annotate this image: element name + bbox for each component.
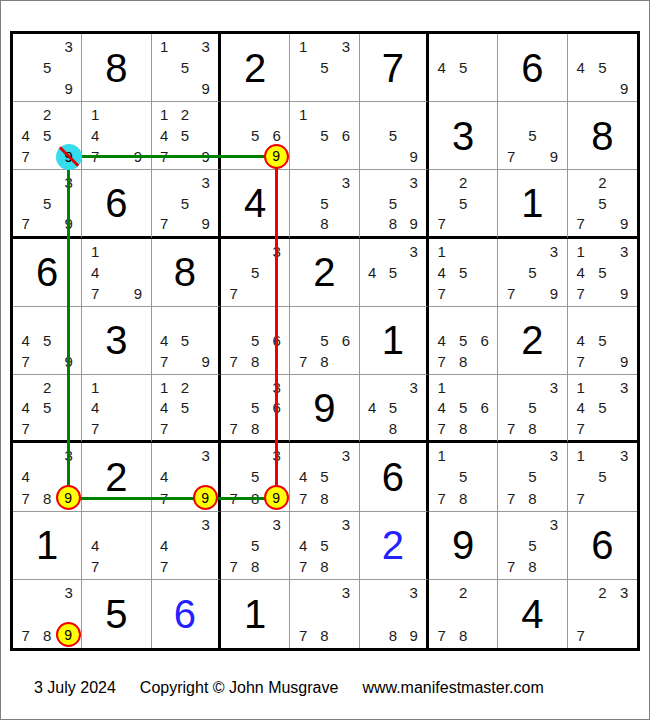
- candidate-6: [613, 57, 635, 78]
- candidates: 156: [292, 104, 356, 167]
- candidate-7: 7: [223, 556, 244, 577]
- cell-r3c9[interactable]: 2579: [568, 170, 637, 238]
- cell-r4c2[interactable]: 1479: [82, 239, 151, 307]
- candidate-5: [591, 603, 613, 624]
- candidate-8: 8: [452, 351, 473, 372]
- cell-r5c6[interactable]: 1: [360, 307, 429, 375]
- candidate-1: [362, 377, 383, 397]
- candidate-2: [106, 104, 127, 125]
- candidate-8: 8: [522, 487, 543, 508]
- candidate-2: [314, 104, 335, 125]
- candidate-1: [500, 104, 521, 125]
- candidate-8: [36, 78, 57, 99]
- candidates: 34578: [292, 445, 356, 508]
- candidate-4: 4: [154, 535, 175, 556]
- candidate-7: 7: [223, 351, 244, 372]
- cell-r2c3[interactable]: 124579: [152, 102, 221, 170]
- cell-r8c5[interactable]: 34578: [290, 512, 359, 580]
- chain-link-green: [67, 157, 70, 498]
- candidate-3: 3: [195, 36, 216, 57]
- candidate-3: 3: [403, 582, 424, 603]
- candidate-3: [613, 309, 635, 330]
- candidate-5: 5: [314, 466, 335, 487]
- cell-r4c5[interactable]: 2: [290, 239, 359, 307]
- candidate-7: 7: [500, 556, 521, 577]
- cell-r9c9[interactable]: 237: [568, 580, 637, 648]
- candidate-5: 5: [452, 262, 473, 283]
- cell-r5c2[interactable]: 3: [82, 307, 151, 375]
- cell-r4c3[interactable]: 8: [152, 239, 221, 307]
- candidate-8: [174, 351, 195, 372]
- cell-r1c9[interactable]: 459: [568, 34, 637, 102]
- cell-r1c4[interactable]: 2: [221, 34, 290, 102]
- candidate-2: [244, 514, 265, 535]
- candidate-6: [474, 603, 495, 624]
- candidate-6: [127, 535, 148, 556]
- cell-r4c8[interactable]: 3579: [498, 239, 567, 307]
- candidate-4: 4: [15, 330, 36, 351]
- candidate-5: 5: [244, 262, 265, 283]
- cell-r2c8[interactable]: 579: [498, 102, 567, 170]
- candidate-3: 3: [58, 582, 79, 603]
- candidate-1: 1: [570, 241, 592, 262]
- candidate-1: 1: [570, 445, 592, 466]
- candidate-4: [362, 125, 383, 146]
- candidate-1: [292, 514, 313, 535]
- cell-r5c9[interactable]: 4579: [568, 307, 637, 375]
- candidate-9: [335, 78, 356, 99]
- candidate-8: [522, 283, 543, 304]
- candidate-7: [292, 78, 313, 99]
- candidate-2: [591, 445, 613, 466]
- cell-r3c2[interactable]: 6: [82, 170, 151, 238]
- candidate-6: [403, 262, 424, 283]
- given-digit: 4: [521, 594, 543, 634]
- candidate-7: 7: [15, 213, 36, 233]
- candidate-3: [474, 36, 495, 57]
- candidate-8: [244, 283, 265, 304]
- candidate-7: 7: [223, 418, 244, 438]
- candidate-6: [127, 262, 148, 283]
- given-digit: 4: [244, 183, 266, 223]
- candidate-7: 7: [15, 418, 36, 438]
- cell-r8c7[interactable]: 9: [429, 512, 498, 580]
- candidate-9: [335, 213, 356, 233]
- candidate-3: [195, 377, 216, 397]
- candidate-8: [591, 418, 613, 438]
- candidate-9: [127, 556, 148, 577]
- candidate-1: [154, 172, 175, 192]
- candidate-5: [382, 603, 403, 624]
- candidate-5: 5: [382, 262, 403, 283]
- candidate-5: 5: [522, 398, 543, 418]
- candidate-1: [362, 104, 383, 125]
- candidate-5: 5: [452, 398, 473, 418]
- chain-node-r7c3: 9: [193, 485, 218, 510]
- candidate-9: 9: [613, 283, 635, 304]
- candidate-6: [543, 262, 564, 283]
- cell-r6c3[interactable]: 12457: [152, 375, 221, 443]
- candidate-9: [474, 283, 495, 304]
- candidate-1: [15, 172, 36, 192]
- candidate-1: [223, 241, 244, 262]
- candidate-3: 3: [58, 36, 79, 57]
- given-digit: 3: [452, 116, 474, 156]
- cell-r8c6[interactable]: 2: [360, 512, 429, 580]
- candidate-6: [613, 603, 635, 624]
- candidates: 459: [570, 36, 635, 99]
- candidate-9: [266, 556, 287, 577]
- candidate-6: 6: [335, 125, 356, 146]
- candidate-9: [335, 351, 356, 372]
- cell-r3c5[interactable]: 358: [290, 170, 359, 238]
- candidate-5: 5: [591, 466, 613, 487]
- candidate-8: 8: [314, 213, 335, 233]
- candidate-2: 2: [452, 582, 473, 603]
- candidate-7: 7: [84, 418, 105, 438]
- candidate-4: [223, 330, 244, 351]
- candidates: 358: [292, 172, 356, 233]
- candidate-7: 7: [154, 213, 175, 233]
- cell-r6c1[interactable]: 2457: [13, 375, 82, 443]
- cell-r8c4[interactable]: 3578: [221, 512, 290, 580]
- candidates: 4579: [154, 309, 216, 372]
- given-digit: 1: [244, 594, 266, 634]
- candidate-5: 5: [591, 330, 613, 351]
- cell-r5c4[interactable]: 5678: [221, 307, 290, 375]
- candidate-2: 2: [591, 582, 613, 603]
- candidates: 12457: [154, 377, 216, 438]
- cell-r7c7[interactable]: 1578: [429, 443, 498, 511]
- cell-r6c5[interactable]: 9: [290, 375, 359, 443]
- candidate-1: [570, 172, 592, 192]
- cell-r9c2[interactable]: 5: [82, 580, 151, 648]
- cell-r2c7[interactable]: 3: [429, 102, 498, 170]
- cell-r5c1[interactable]: 4579: [13, 307, 82, 375]
- candidate-7: [292, 146, 313, 167]
- candidate-5: [106, 535, 127, 556]
- candidate-2: 2: [452, 172, 473, 192]
- candidate-4: 4: [15, 125, 36, 146]
- cell-r1c6[interactable]: 7: [360, 34, 429, 102]
- cell-r5c3[interactable]: 4579: [152, 307, 221, 375]
- candidate-2: [174, 445, 195, 466]
- candidate-9: 9: [195, 351, 216, 372]
- cell-r8c3[interactable]: 347: [152, 512, 221, 580]
- candidate-3: [335, 104, 356, 125]
- candidate-4: [500, 262, 521, 283]
- footer-website[interactable]: www.manifestmaster.com: [362, 679, 543, 696]
- cell-r5c5[interactable]: 5678: [290, 307, 359, 375]
- cell-r9c4[interactable]: 1: [221, 580, 290, 648]
- candidate-8: 8: [314, 487, 335, 508]
- candidate-5: 5: [174, 398, 195, 418]
- candidate-8: 8: [382, 625, 403, 646]
- candidate-2: [244, 241, 265, 262]
- cell-r3c4[interactable]: 4: [221, 170, 290, 238]
- cell-r1c2[interactable]: 8: [82, 34, 151, 102]
- candidates: 3578: [500, 445, 564, 508]
- candidate-3: [127, 514, 148, 535]
- cell-r3c1[interactable]: 3579: [13, 170, 82, 238]
- candidate-5: 5: [382, 125, 403, 146]
- candidates: 3578: [223, 514, 287, 577]
- candidate-3: 3: [335, 36, 356, 57]
- candidate-4: [431, 193, 452, 213]
- footer-copyright: Copyright © John Musgrave: [140, 679, 339, 696]
- candidate-2: [36, 309, 57, 330]
- cell-r4c7[interactable]: 1457: [429, 239, 498, 307]
- cell-r2c6[interactable]: 59: [360, 102, 429, 170]
- candidate-1: [223, 309, 244, 330]
- candidate-8: [36, 213, 57, 233]
- candidates: 345: [362, 241, 424, 304]
- candidate-8: [591, 351, 613, 372]
- candidate-9: [474, 213, 495, 233]
- cell-r8c1[interactable]: 1: [13, 512, 82, 580]
- candidate-4: 4: [15, 466, 36, 487]
- candidate-7: 7: [84, 556, 105, 577]
- candidate-1: 1: [431, 445, 452, 466]
- candidate-4: 4: [362, 262, 383, 283]
- candidate-6: [474, 193, 495, 213]
- cell-r6c9[interactable]: 13457: [568, 375, 637, 443]
- candidate-7: 7: [154, 351, 175, 372]
- cell-r6c6[interactable]: 3458: [360, 375, 429, 443]
- candidates: 3578: [500, 377, 564, 438]
- candidate-5: 5: [244, 125, 265, 146]
- cell-r4c9[interactable]: 134579: [568, 239, 637, 307]
- cell-r2c9[interactable]: 8: [568, 102, 637, 170]
- cell-r9c5[interactable]: 378: [290, 580, 359, 648]
- candidates: 389: [362, 582, 424, 646]
- candidate-6: [195, 57, 216, 78]
- cell-r9c3[interactable]: 6: [152, 580, 221, 648]
- candidate-1: [15, 104, 36, 125]
- candidate-5: 5: [591, 398, 613, 418]
- candidates: 579: [500, 104, 564, 167]
- candidate-4: [15, 193, 36, 213]
- candidate-3: 3: [335, 582, 356, 603]
- candidate-2: [244, 377, 265, 397]
- cell-r1c5[interactable]: 135: [290, 34, 359, 102]
- given-digit: 7: [382, 48, 404, 88]
- candidates: 3579: [154, 172, 216, 233]
- candidate-2: [591, 36, 613, 57]
- candidate-7: 7: [431, 487, 452, 508]
- candidate-3: [403, 104, 424, 125]
- candidate-6: [195, 330, 216, 351]
- candidate-7: 7: [570, 213, 592, 233]
- candidate-5: 5: [522, 262, 543, 283]
- cell-r3c6[interactable]: 3589: [360, 170, 429, 238]
- candidate-1: [223, 377, 244, 397]
- candidate-2: [452, 445, 473, 466]
- candidate-8: 8: [314, 556, 335, 577]
- candidate-9: [543, 556, 564, 577]
- cell-r7c8[interactable]: 3578: [498, 443, 567, 511]
- candidate-3: 3: [266, 514, 287, 535]
- candidate-5: 5: [244, 330, 265, 351]
- cell-r4c1[interactable]: 6: [13, 239, 82, 307]
- candidate-6: [543, 398, 564, 418]
- cell-r1c3[interactable]: 1359: [152, 34, 221, 102]
- candidate-7: [431, 78, 452, 99]
- candidate-9: [613, 487, 635, 508]
- candidate-1: [15, 445, 36, 466]
- candidates: 1357: [570, 445, 635, 508]
- candidate-4: [500, 466, 521, 487]
- cell-r6c4[interactable]: 35678: [221, 375, 290, 443]
- candidate-2: [522, 377, 543, 397]
- candidate-7: 7: [15, 146, 36, 167]
- cell-r7c2[interactable]: 2: [82, 443, 151, 511]
- candidate-7: [570, 78, 592, 99]
- cell-r8c2[interactable]: 47: [82, 512, 151, 580]
- footer: 3 July 2024Copyright © John Musgravewww.…: [34, 679, 544, 697]
- given-digit: 8: [591, 116, 613, 156]
- candidate-8: [314, 78, 335, 99]
- cell-r4c6[interactable]: 345: [360, 239, 429, 307]
- candidate-8: [382, 283, 403, 304]
- candidate-9: 9: [195, 78, 216, 99]
- candidate-1: [292, 309, 313, 330]
- candidate-8: [591, 487, 613, 508]
- candidate-2: [106, 377, 127, 397]
- cell-r6c8[interactable]: 3578: [498, 375, 567, 443]
- candidate-4: 4: [154, 466, 175, 487]
- cell-r6c7[interactable]: 145678: [429, 375, 498, 443]
- candidate-5: [106, 125, 127, 146]
- cell-r3c3[interactable]: 3579: [152, 170, 221, 238]
- cell-r9c7[interactable]: 278: [429, 580, 498, 648]
- given-digit: 9: [313, 388, 335, 428]
- cell-r9c6[interactable]: 389: [360, 580, 429, 648]
- candidate-5: 5: [382, 193, 403, 213]
- given-digit: 9: [452, 525, 474, 565]
- candidate-3: [474, 582, 495, 603]
- candidate-4: [292, 603, 313, 624]
- cell-r5c8[interactable]: 2: [498, 307, 567, 375]
- cell-r5c7[interactable]: 45678: [429, 307, 498, 375]
- candidate-1: [154, 445, 175, 466]
- candidate-7: 7: [292, 487, 313, 508]
- candidate-7: 7: [292, 625, 313, 646]
- candidate-6: [474, 57, 495, 78]
- candidate-7: 7: [431, 213, 452, 233]
- given-digit: 5: [105, 594, 127, 634]
- chain-link-green: [69, 497, 277, 500]
- candidate-8: 8: [522, 556, 543, 577]
- candidate-9: [335, 625, 356, 646]
- cell-r7c6[interactable]: 6: [360, 443, 429, 511]
- cell-r7c9[interactable]: 1357: [568, 443, 637, 511]
- candidate-8: [591, 283, 613, 304]
- candidate-4: [223, 125, 244, 146]
- candidate-2: [452, 377, 473, 397]
- candidate-9: [403, 283, 424, 304]
- candidate-1: 1: [84, 241, 105, 262]
- candidate-3: [474, 241, 495, 262]
- cell-r8c9[interactable]: 6: [568, 512, 637, 580]
- candidate-1: [570, 36, 592, 57]
- candidate-2: [314, 36, 335, 57]
- given-digit: 2: [521, 320, 543, 360]
- candidate-8: 8: [244, 556, 265, 577]
- candidate-7: 7: [570, 625, 592, 646]
- candidate-9: [335, 556, 356, 577]
- candidate-4: [500, 398, 521, 418]
- cell-r2c5[interactable]: 156: [290, 102, 359, 170]
- cell-r1c1[interactable]: 359: [13, 34, 82, 102]
- candidate-8: [106, 283, 127, 304]
- candidate-6: [613, 466, 635, 487]
- candidate-2: [174, 514, 195, 535]
- candidate-1: [154, 514, 175, 535]
- candidate-9: 9: [403, 213, 424, 233]
- given-digit: 6: [591, 525, 613, 565]
- candidate-2: [314, 514, 335, 535]
- candidate-2: [314, 582, 335, 603]
- candidate-1: 1: [154, 36, 175, 57]
- cell-r3c7[interactable]: 257: [429, 170, 498, 238]
- candidate-5: 5: [174, 57, 195, 78]
- cell-r3c8[interactable]: 1: [498, 170, 567, 238]
- candidate-3: [613, 36, 635, 57]
- candidate-4: [223, 262, 244, 283]
- candidate-7: 7: [292, 351, 313, 372]
- candidate-7: 7: [223, 283, 244, 304]
- candidates: 257: [431, 172, 495, 233]
- cell-r1c7[interactable]: 45: [429, 34, 498, 102]
- cell-r7c5[interactable]: 34578: [290, 443, 359, 511]
- cell-r2c2[interactable]: 1479: [82, 102, 151, 170]
- candidate-5: 5: [522, 535, 543, 556]
- candidate-1: 1: [154, 377, 175, 397]
- candidate-6: [543, 535, 564, 556]
- given-digit: 2: [105, 457, 127, 497]
- candidate-4: 4: [154, 125, 175, 146]
- candidate-3: 3: [335, 172, 356, 192]
- candidate-8: [174, 556, 195, 577]
- candidate-9: 9: [127, 283, 148, 304]
- cell-r8c8[interactable]: 3578: [498, 512, 567, 580]
- candidate-5: [452, 603, 473, 624]
- given-digit: 2: [244, 48, 266, 88]
- candidate-1: 1: [292, 104, 313, 125]
- candidate-3: 3: [195, 445, 216, 466]
- candidate-6: [195, 535, 216, 556]
- candidate-7: 7: [500, 487, 521, 508]
- cell-r4c4[interactable]: 357: [221, 239, 290, 307]
- cell-r9c8[interactable]: 4: [498, 580, 567, 648]
- cell-r6c2[interactable]: 147: [82, 375, 151, 443]
- candidate-6: [474, 262, 495, 283]
- candidate-6: [335, 466, 356, 487]
- candidates: 47: [84, 514, 148, 577]
- candidate-9: [543, 487, 564, 508]
- candidate-9: 9: [543, 283, 564, 304]
- candidate-5: 5: [522, 125, 543, 146]
- candidate-6: [195, 398, 216, 418]
- candidate-8: [382, 146, 403, 167]
- cell-r1c8[interactable]: 6: [498, 34, 567, 102]
- candidate-2: 2: [174, 377, 195, 397]
- candidate-5: [106, 398, 127, 418]
- candidate-5: 5: [244, 398, 265, 418]
- candidate-2: 2: [591, 172, 613, 192]
- candidate-6: [543, 466, 564, 487]
